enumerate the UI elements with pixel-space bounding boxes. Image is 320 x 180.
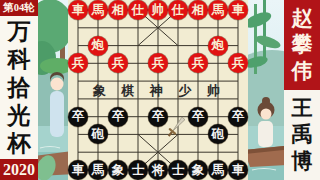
piece-車[interactable]: 車 bbox=[228, 0, 248, 20]
piece-車[interactable]: 車 bbox=[228, 160, 248, 180]
black-player-char: 禹 bbox=[292, 124, 313, 145]
piece-将[interactable]: 将 bbox=[148, 160, 168, 180]
piece-馬[interactable]: 馬 bbox=[208, 160, 228, 180]
piece-車[interactable]: 車 bbox=[68, 0, 88, 20]
piece-士[interactable]: 士 bbox=[128, 160, 148, 180]
event-title: 万 科 拾 光 杯 bbox=[0, 16, 38, 159]
piece-車[interactable]: 車 bbox=[68, 160, 88, 180]
piece-炮[interactable]: 炮 bbox=[208, 36, 228, 56]
pieces-layer: 車馬相仕帅仕相馬車炮炮兵兵兵兵兵卒卒卒卒卒砲砲車馬象士将士象馬車 bbox=[68, 0, 248, 180]
event-char: 拾 bbox=[8, 76, 31, 99]
red-player-char: 攀 bbox=[292, 34, 313, 55]
red-player-char: 伟 bbox=[292, 61, 313, 82]
piece-象[interactable]: 象 bbox=[188, 160, 208, 180]
right-panel: 赵 攀 伟 王 禹 博 bbox=[284, 0, 320, 180]
event-char: 万 bbox=[8, 20, 31, 43]
piece-兵[interactable]: 兵 bbox=[148, 53, 168, 73]
piece-卒[interactable]: 卒 bbox=[188, 107, 208, 127]
piece-兵[interactable]: 兵 bbox=[188, 53, 208, 73]
piece-相[interactable]: 相 bbox=[188, 0, 208, 20]
xiangqi-board[interactable]: 象 棋 神 少 帅 車馬相仕帅仕相馬車炮炮兵兵兵兵兵卒卒卒卒卒砲砲車馬象士将士象… bbox=[68, 0, 248, 180]
red-player-name: 赵 攀 伟 bbox=[284, 0, 320, 90]
piece-馬[interactable]: 馬 bbox=[88, 160, 108, 180]
girl-face-right bbox=[261, 109, 272, 120]
piece-兵[interactable]: 兵 bbox=[68, 53, 88, 73]
black-player-char: 王 bbox=[292, 98, 313, 119]
piece-象[interactable]: 象 bbox=[108, 160, 128, 180]
piece-仕[interactable]: 仕 bbox=[128, 0, 148, 20]
year-badge: 2020 bbox=[0, 159, 38, 180]
round-badge: 第04轮 bbox=[0, 0, 38, 16]
event-char: 杯 bbox=[8, 132, 31, 155]
girl-face bbox=[51, 78, 64, 91]
red-player-char: 赵 bbox=[292, 8, 313, 29]
piece-士[interactable]: 士 bbox=[168, 160, 188, 180]
piece-卒[interactable]: 卒 bbox=[108, 107, 128, 127]
piece-砲[interactable]: 砲 bbox=[88, 124, 108, 144]
year-label: 2020 bbox=[3, 161, 35, 179]
event-char: 光 bbox=[8, 104, 31, 127]
piece-卒[interactable]: 卒 bbox=[148, 107, 168, 127]
piece-卒[interactable]: 卒 bbox=[68, 107, 88, 127]
piece-兵[interactable]: 兵 bbox=[108, 53, 128, 73]
piece-卒[interactable]: 卒 bbox=[228, 107, 248, 127]
piece-帅[interactable]: 帅 bbox=[148, 0, 168, 20]
black-player-name: 王 禹 博 bbox=[284, 90, 320, 180]
event-char: 科 bbox=[8, 48, 31, 71]
piece-砲[interactable]: 砲 bbox=[208, 124, 228, 144]
black-player-char: 博 bbox=[292, 151, 313, 172]
piece-炮[interactable]: 炮 bbox=[88, 36, 108, 56]
piece-仕[interactable]: 仕 bbox=[168, 0, 188, 20]
round-label: 第04轮 bbox=[3, 1, 35, 15]
left-panel: 第04轮 万 科 拾 光 杯 2020 bbox=[0, 0, 38, 180]
piece-相[interactable]: 相 bbox=[108, 0, 128, 20]
piece-馬[interactable]: 馬 bbox=[208, 0, 228, 20]
piece-馬[interactable]: 馬 bbox=[88, 0, 108, 20]
piece-兵[interactable]: 兵 bbox=[228, 53, 248, 73]
